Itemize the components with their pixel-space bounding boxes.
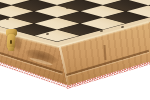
- coordinate-mark: [100, 29, 103, 32]
- coordinate-mark: [6, 17, 9, 20]
- coordinate-mark: [46, 32, 49, 35]
- clasp-slot: [10, 40, 12, 44]
- brass-clasp: [3, 28, 21, 53]
- clasp-catch-plate: [8, 47, 14, 51]
- coordinate-mark: [94, 28, 97, 31]
- clasp-shadow: [15, 37, 21, 50]
- chessboard-box-photo: [0, 0, 150, 100]
- coordinate-mark: [66, 6, 69, 9]
- coordinate-mark: [21, 26, 24, 29]
